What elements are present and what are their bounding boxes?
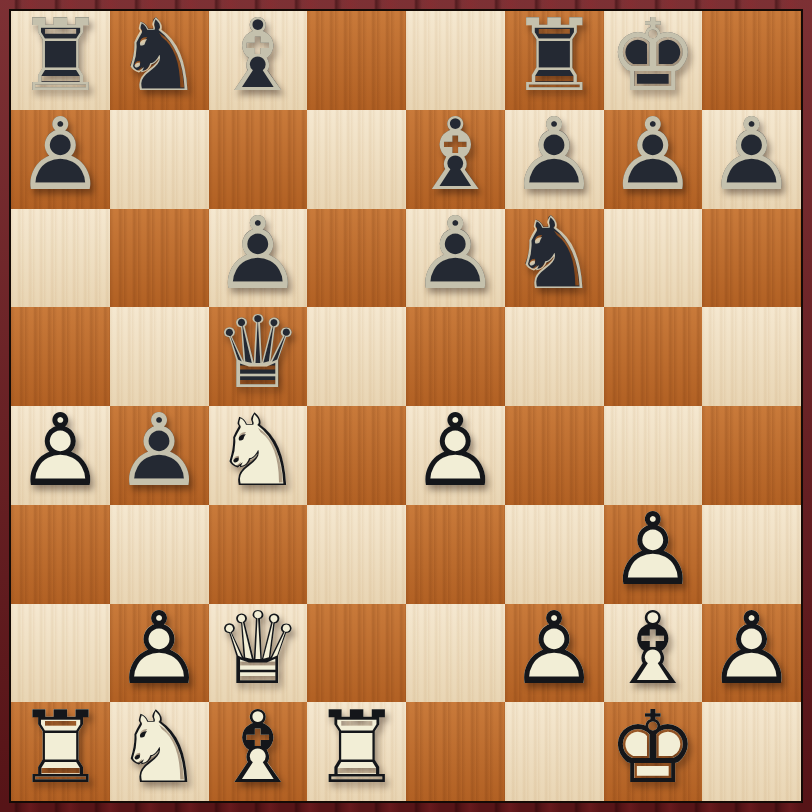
square-g1[interactable]: ♚♔ <box>604 702 703 801</box>
square-a7[interactable]: ♟♙ <box>11 110 110 209</box>
square-h3[interactable] <box>702 505 801 604</box>
square-d4[interactable] <box>307 406 406 505</box>
square-c3[interactable] <box>209 505 308 604</box>
black-bishop-outline: ♗ <box>411 105 501 205</box>
white-rook-d1[interactable]: ♜♖ <box>307 702 406 801</box>
white-pawn-e4[interactable]: ♟♙ <box>406 406 505 505</box>
black-knight-f6[interactable]: ♞♘ <box>505 209 604 308</box>
square-h1[interactable] <box>702 702 801 801</box>
square-d6[interactable] <box>307 209 406 308</box>
black-pawn-g7[interactable]: ♟♙ <box>604 110 703 209</box>
square-f2[interactable]: ♟♙ <box>505 604 604 703</box>
black-knight-outline: ♘ <box>509 204 599 304</box>
white-king-g1[interactable]: ♚♔ <box>604 702 703 801</box>
white-knight-b1[interactable]: ♞♘ <box>110 702 209 801</box>
white-rook-a1[interactable]: ♜♖ <box>11 702 110 801</box>
white-bishop-c1[interactable]: ♝♗ <box>209 702 308 801</box>
white-pawn-outline: ♙ <box>411 401 501 501</box>
black-rook-a8[interactable]: ♜♖ <box>11 11 110 110</box>
square-h5[interactable] <box>702 307 801 406</box>
white-pawn-b2[interactable]: ♟♙ <box>110 604 209 703</box>
square-g2[interactable]: ♝♗ <box>604 604 703 703</box>
square-c8[interactable]: ♝♗ <box>209 11 308 110</box>
square-a6[interactable] <box>11 209 110 308</box>
square-a1[interactable]: ♜♖ <box>11 702 110 801</box>
square-e3[interactable] <box>406 505 505 604</box>
chess-board-frame: ♜♖♞♘♝♗♜♖♚♔♟♙♝♗♟♙♟♙♟♙♟♙♟♙♞♘♛♕♟♙♟♙♞♘♟♙♟♙♟♙… <box>0 0 812 812</box>
white-king-outline: ♔ <box>608 698 698 798</box>
square-b2[interactable]: ♟♙ <box>110 604 209 703</box>
square-f8[interactable]: ♜♖ <box>505 11 604 110</box>
square-h6[interactable] <box>702 209 801 308</box>
square-e1[interactable] <box>406 702 505 801</box>
black-pawn-a7[interactable]: ♟♙ <box>11 110 110 209</box>
black-pawn-b4[interactable]: ♟♙ <box>110 406 209 505</box>
square-b7[interactable] <box>110 110 209 209</box>
square-d1[interactable]: ♜♖ <box>307 702 406 801</box>
white-pawn-outline: ♙ <box>16 401 106 501</box>
black-rook-outline: ♖ <box>16 6 106 106</box>
square-b4[interactable]: ♟♙ <box>110 406 209 505</box>
square-d2[interactable] <box>307 604 406 703</box>
white-knight-outline: ♘ <box>114 698 204 798</box>
square-c4[interactable]: ♞♘ <box>209 406 308 505</box>
chess-board: ♜♖♞♘♝♗♜♖♚♔♟♙♝♗♟♙♟♙♟♙♟♙♟♙♞♘♛♕♟♙♟♙♞♘♟♙♟♙♟♙… <box>9 9 803 803</box>
white-rook-outline: ♖ <box>312 698 402 798</box>
black-pawn-c6[interactable]: ♟♙ <box>209 209 308 308</box>
square-g4[interactable] <box>604 406 703 505</box>
square-b6[interactable] <box>110 209 209 308</box>
white-pawn-outline: ♙ <box>114 599 204 699</box>
square-c1[interactable]: ♝♗ <box>209 702 308 801</box>
square-d8[interactable] <box>307 11 406 110</box>
black-pawn-outline: ♙ <box>509 105 599 205</box>
white-pawn-g3[interactable]: ♟♙ <box>604 505 703 604</box>
black-pawn-outline: ♙ <box>213 204 303 304</box>
square-f3[interactable] <box>505 505 604 604</box>
black-pawn-e6[interactable]: ♟♙ <box>406 209 505 308</box>
white-pawn-a4[interactable]: ♟♙ <box>11 406 110 505</box>
square-e7[interactable]: ♝♗ <box>406 110 505 209</box>
square-c5[interactable]: ♛♕ <box>209 307 308 406</box>
white-bishop-g2[interactable]: ♝♗ <box>604 604 703 703</box>
white-queen-c2[interactable]: ♛♕ <box>209 604 308 703</box>
black-bishop-e7[interactable]: ♝♗ <box>406 110 505 209</box>
square-f1[interactable] <box>505 702 604 801</box>
black-king-g8[interactable]: ♚♔ <box>604 11 703 110</box>
square-a2[interactable] <box>11 604 110 703</box>
square-f7[interactable]: ♟♙ <box>505 110 604 209</box>
white-pawn-outline: ♙ <box>509 599 599 699</box>
square-b8[interactable]: ♞♘ <box>110 11 209 110</box>
square-f5[interactable] <box>505 307 604 406</box>
square-g3[interactable]: ♟♙ <box>604 505 703 604</box>
square-f4[interactable] <box>505 406 604 505</box>
square-g8[interactable]: ♚♔ <box>604 11 703 110</box>
square-h2[interactable]: ♟♙ <box>702 604 801 703</box>
black-pawn-outline: ♙ <box>707 105 797 205</box>
square-g5[interactable] <box>604 307 703 406</box>
square-d7[interactable] <box>307 110 406 209</box>
black-knight-b8[interactable]: ♞♘ <box>110 11 209 110</box>
black-knight-outline: ♘ <box>114 6 204 106</box>
square-h4[interactable] <box>702 406 801 505</box>
black-pawn-h7[interactable]: ♟♙ <box>702 110 801 209</box>
square-b3[interactable] <box>110 505 209 604</box>
white-queen-outline: ♕ <box>213 599 303 699</box>
black-pawn-f7[interactable]: ♟♙ <box>505 110 604 209</box>
black-pawn-outline: ♙ <box>114 401 204 501</box>
square-h8[interactable] <box>702 11 801 110</box>
square-e5[interactable] <box>406 307 505 406</box>
square-f6[interactable]: ♞♘ <box>505 209 604 308</box>
square-a3[interactable] <box>11 505 110 604</box>
white-knight-outline: ♘ <box>213 401 303 501</box>
black-rook-outline: ♖ <box>509 6 599 106</box>
black-queen-outline: ♕ <box>213 303 303 403</box>
white-pawn-outline: ♙ <box>608 500 698 600</box>
square-e6[interactable]: ♟♙ <box>406 209 505 308</box>
square-d3[interactable] <box>307 505 406 604</box>
square-a4[interactable]: ♟♙ <box>11 406 110 505</box>
square-e2[interactable] <box>406 604 505 703</box>
square-c7[interactable] <box>209 110 308 209</box>
black-queen-c5[interactable]: ♛♕ <box>209 307 308 406</box>
white-pawn-f2[interactable]: ♟♙ <box>505 604 604 703</box>
white-pawn-h2[interactable]: ♟♙ <box>702 604 801 703</box>
black-bishop-outline: ♗ <box>213 6 303 106</box>
black-bishop-c8[interactable]: ♝♗ <box>209 11 308 110</box>
white-bishop-outline: ♗ <box>608 599 698 699</box>
white-rook-outline: ♖ <box>16 698 106 798</box>
square-g6[interactable] <box>604 209 703 308</box>
square-e8[interactable] <box>406 11 505 110</box>
square-a8[interactable]: ♜♖ <box>11 11 110 110</box>
white-bishop-outline: ♗ <box>213 698 303 798</box>
square-d5[interactable] <box>307 307 406 406</box>
square-b5[interactable] <box>110 307 209 406</box>
black-pawn-outline: ♙ <box>608 105 698 205</box>
square-c6[interactable]: ♟♙ <box>209 209 308 308</box>
square-g7[interactable]: ♟♙ <box>604 110 703 209</box>
square-a5[interactable] <box>11 307 110 406</box>
black-pawn-outline: ♙ <box>16 105 106 205</box>
white-pawn-outline: ♙ <box>707 599 797 699</box>
square-h7[interactable]: ♟♙ <box>702 110 801 209</box>
square-e4[interactable]: ♟♙ <box>406 406 505 505</box>
square-c2[interactable]: ♛♕ <box>209 604 308 703</box>
square-b1[interactable]: ♞♘ <box>110 702 209 801</box>
black-pawn-outline: ♙ <box>411 204 501 304</box>
black-rook-f8[interactable]: ♜♖ <box>505 11 604 110</box>
black-king-outline: ♔ <box>608 6 698 106</box>
white-knight-c4[interactable]: ♞♘ <box>209 406 308 505</box>
